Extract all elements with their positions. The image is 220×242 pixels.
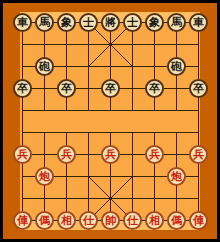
piece-red-general[interactable]: 帥 — [101, 211, 120, 230]
piece-black-cannon[interactable]: 砲 — [167, 57, 186, 76]
piece-black-elephant[interactable]: 象 — [145, 13, 164, 32]
piece-red-chariot[interactable]: 俥 — [13, 211, 32, 230]
piece-red-soldier[interactable]: 兵 — [57, 145, 76, 164]
piece-red-advisor[interactable]: 仕 — [79, 211, 98, 230]
xiangqi-board[interactable]: 車馬象士將士象馬車砲砲卒卒卒卒卒兵兵兵兵兵炮炮俥傌相仕帥仕相傌俥 — [20, 12, 200, 230]
piece-red-horse[interactable]: 傌 — [167, 211, 186, 230]
piece-red-soldier[interactable]: 兵 — [189, 145, 208, 164]
piece-red-advisor[interactable]: 仕 — [123, 211, 142, 230]
piece-red-chariot[interactable]: 俥 — [189, 211, 208, 230]
piece-black-elephant[interactable]: 象 — [57, 13, 76, 32]
piece-black-soldier[interactable]: 卒 — [145, 79, 164, 98]
piece-black-soldier[interactable]: 卒 — [101, 79, 120, 98]
piece-red-horse[interactable]: 傌 — [35, 211, 54, 230]
piece-black-chariot[interactable]: 車 — [13, 13, 32, 32]
piece-black-horse[interactable]: 馬 — [35, 13, 54, 32]
piece-red-soldier[interactable]: 兵 — [13, 145, 32, 164]
piece-red-cannon[interactable]: 炮 — [167, 167, 186, 186]
piece-black-soldier[interactable]: 卒 — [13, 79, 32, 98]
piece-black-cannon[interactable]: 砲 — [35, 57, 54, 76]
piece-layer: 車馬象士將士象馬車砲砲卒卒卒卒卒兵兵兵兵兵炮炮俥傌相仕帥仕相傌俥 — [12, 12, 210, 232]
piece-red-elephant[interactable]: 相 — [57, 211, 76, 230]
piece-black-soldier[interactable]: 卒 — [57, 79, 76, 98]
piece-black-advisor[interactable]: 士 — [123, 13, 142, 32]
piece-black-soldier[interactable]: 卒 — [189, 79, 208, 98]
piece-black-horse[interactable]: 馬 — [167, 13, 186, 32]
piece-red-elephant[interactable]: 相 — [145, 211, 164, 230]
piece-red-soldier[interactable]: 兵 — [101, 145, 120, 164]
piece-red-soldier[interactable]: 兵 — [145, 145, 164, 164]
piece-red-cannon[interactable]: 炮 — [35, 167, 54, 186]
piece-black-advisor[interactable]: 士 — [79, 13, 98, 32]
piece-black-chariot[interactable]: 車 — [189, 13, 208, 32]
xiangqi-app: 車馬象士將士象馬車砲砲卒卒卒卒卒兵兵兵兵兵炮炮俥傌相仕帥仕相傌俥 — [0, 0, 220, 242]
piece-black-general[interactable]: 將 — [101, 13, 120, 32]
